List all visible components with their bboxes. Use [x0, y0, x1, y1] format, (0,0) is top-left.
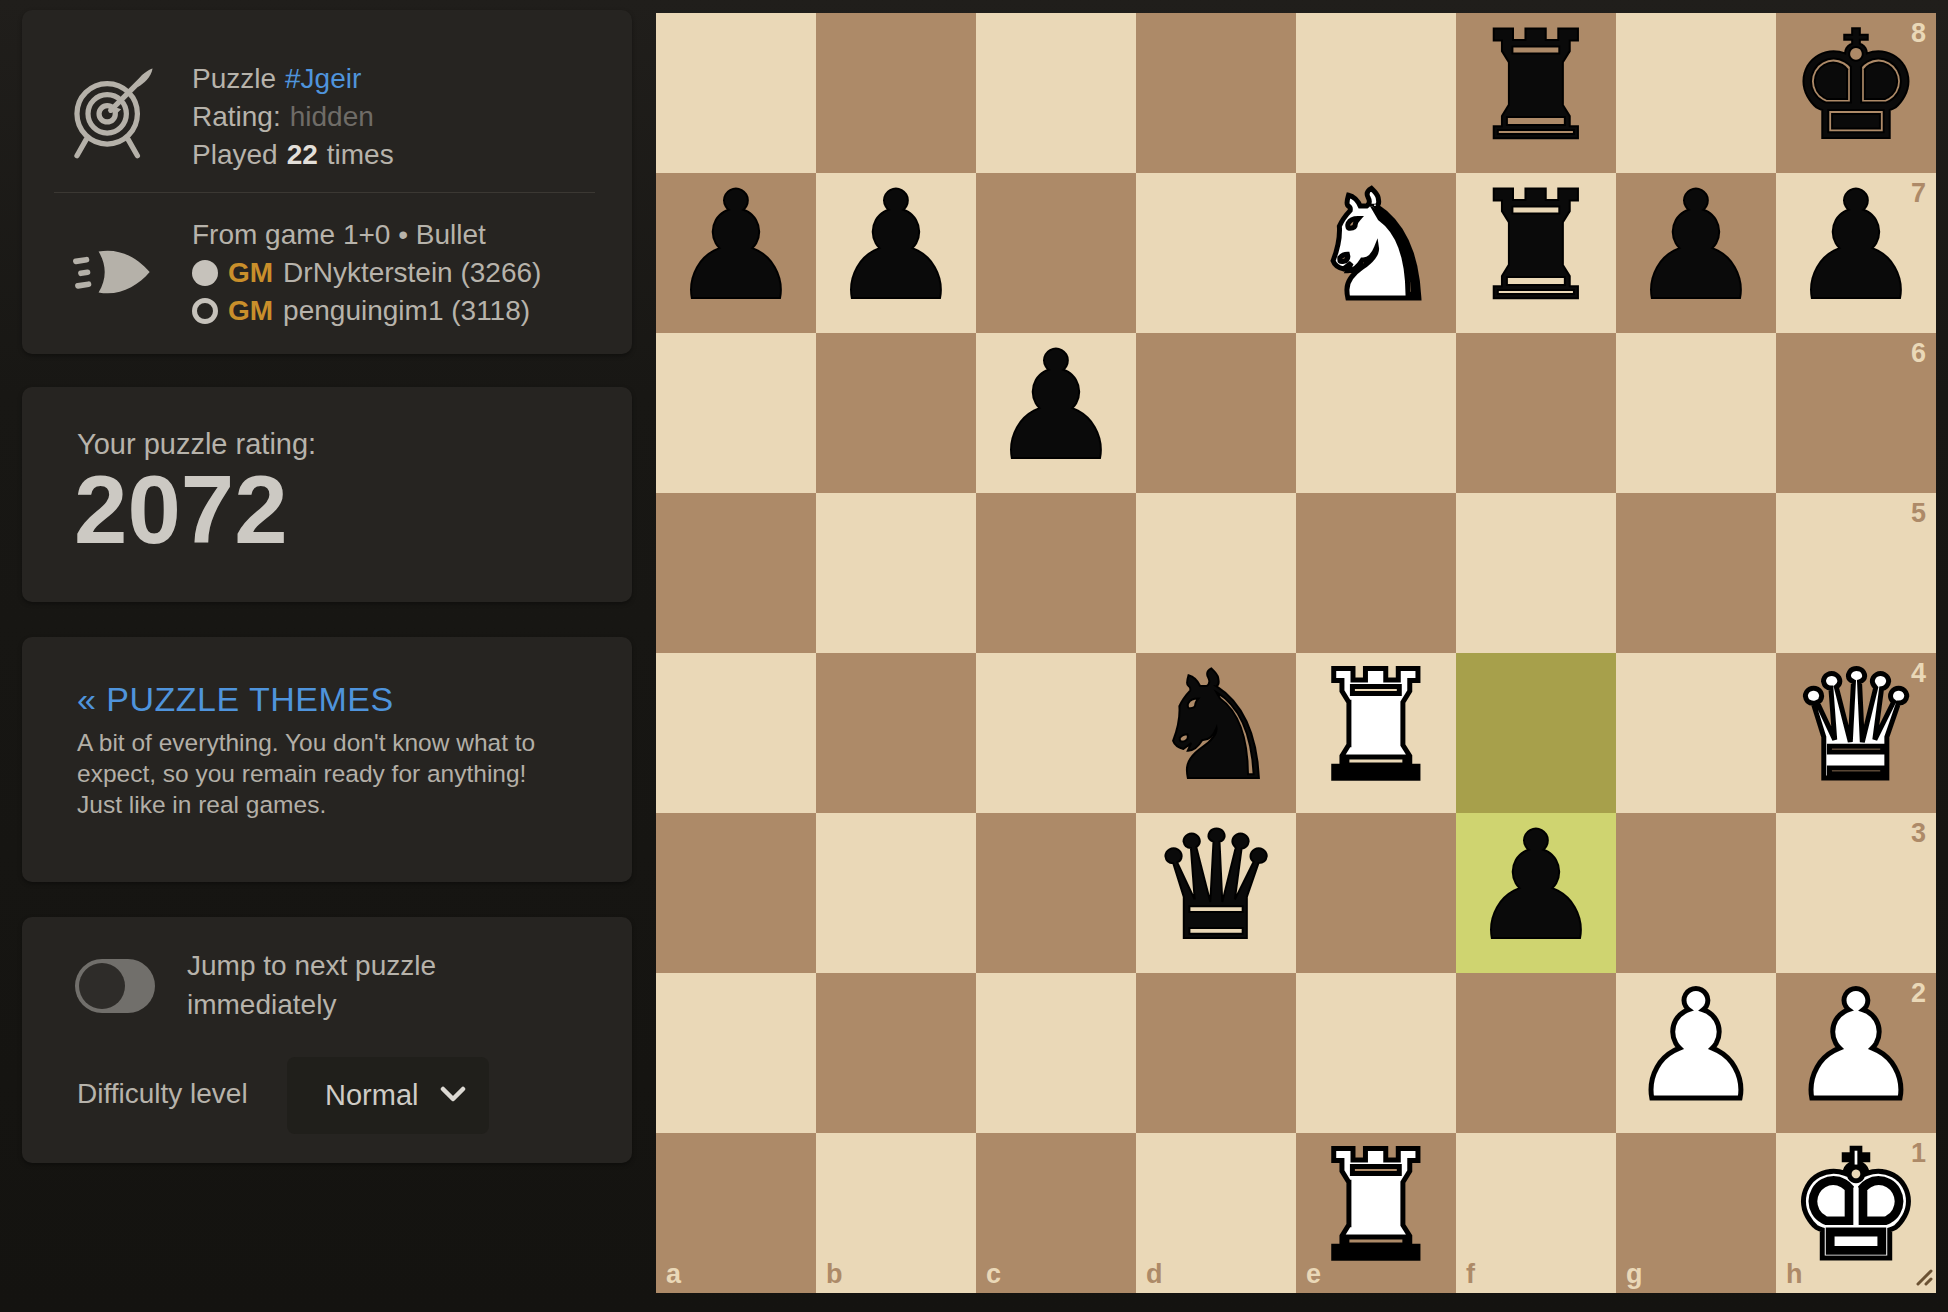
- white-player-title: GM: [228, 254, 273, 292]
- black-rook[interactable]: ♜: [1456, 166, 1616, 326]
- black-pawn[interactable]: ♟: [976, 326, 1136, 486]
- square-d5[interactable]: [1136, 493, 1296, 653]
- square-h8[interactable]: 8♚: [1776, 13, 1936, 173]
- square-e8[interactable]: [1296, 13, 1456, 173]
- black-rook[interactable]: ♜: [1456, 6, 1616, 166]
- square-a5[interactable]: [656, 493, 816, 653]
- white-player-row[interactable]: GM DrNykterstein (3266): [192, 254, 541, 292]
- square-e6[interactable]: [1296, 333, 1456, 493]
- black-player-title: GM: [228, 292, 273, 330]
- square-c8[interactable]: [976, 13, 1136, 173]
- square-b2[interactable]: [816, 973, 976, 1133]
- square-c2[interactable]: [976, 973, 1136, 1133]
- chess-board: ♜8♚♟♟♞♜♟7♟♟65♞♜4♛♛♟3♟2♟abcde♜fg1h♚: [656, 13, 1936, 1293]
- square-g6[interactable]: [1616, 333, 1776, 493]
- square-a2[interactable]: [656, 973, 816, 1133]
- square-h6[interactable]: 6: [1776, 333, 1936, 493]
- jump-to-next-label: Jump to next puzzle immediately: [187, 946, 477, 1024]
- square-d3[interactable]: ♛: [1136, 813, 1296, 973]
- rating-value: hidden: [290, 98, 374, 136]
- chevron-down-icon: [440, 1085, 466, 1107]
- puzzle-title-line: Puzzle #Jgeir: [192, 60, 394, 98]
- white-queen[interactable]: ♛: [1776, 646, 1936, 806]
- black-queen[interactable]: ♛: [1136, 806, 1296, 966]
- puzzle-label: Puzzle: [192, 60, 276, 98]
- square-g7[interactable]: ♟: [1616, 173, 1776, 333]
- square-b1[interactable]: b: [816, 1133, 976, 1293]
- rank-label-3: 3: [1911, 818, 1926, 849]
- square-f3[interactable]: ♟: [1456, 813, 1616, 973]
- board-resize-handle[interactable]: [1907, 1260, 1933, 1290]
- square-g2[interactable]: ♟: [1616, 973, 1776, 1133]
- square-g3[interactable]: [1616, 813, 1776, 973]
- your-rating-value: 2072: [74, 462, 288, 558]
- square-e5[interactable]: [1296, 493, 1456, 653]
- file-label-f: f: [1466, 1259, 1475, 1290]
- theme-description: A bit of everything. You don't know what…: [77, 727, 572, 820]
- difficulty-select[interactable]: Normal: [287, 1057, 489, 1134]
- puzzle-controls-card: Jump to next puzzle immediately Difficul…: [22, 917, 632, 1163]
- square-f7[interactable]: ♜: [1456, 173, 1616, 333]
- square-a4[interactable]: [656, 653, 816, 813]
- black-knight[interactable]: ♞: [1136, 646, 1296, 806]
- difficulty-value: Normal: [325, 1079, 418, 1112]
- puzzle-id-link[interactable]: #Jgeir: [285, 60, 361, 98]
- square-d7[interactable]: [1136, 173, 1296, 333]
- lichess-puzzle-page: { "game": "chess", "position": "5r1k/pp2…: [0, 0, 1948, 1312]
- square-a3[interactable]: [656, 813, 816, 973]
- file-label-c: c: [986, 1259, 1001, 1290]
- square-a6[interactable]: [656, 333, 816, 493]
- rating-label: Rating:: [192, 98, 281, 136]
- white-rook[interactable]: ♜: [1296, 1126, 1456, 1286]
- white-player-disc-icon: [192, 260, 218, 286]
- square-e1[interactable]: e♜: [1296, 1133, 1456, 1293]
- file-label-d: d: [1146, 1259, 1163, 1290]
- black-player-ring-icon: [192, 298, 218, 324]
- square-b3[interactable]: [816, 813, 976, 973]
- file-label-b: b: [826, 1259, 843, 1290]
- square-b6[interactable]: [816, 333, 976, 493]
- jump-to-next-toggle[interactable]: [75, 959, 155, 1013]
- black-pawn[interactable]: ♟: [816, 166, 976, 326]
- square-d2[interactable]: [1136, 973, 1296, 1133]
- square-e3[interactable]: [1296, 813, 1456, 973]
- square-c5[interactable]: [976, 493, 1136, 653]
- square-f2[interactable]: [1456, 973, 1616, 1133]
- square-f1[interactable]: f: [1456, 1133, 1616, 1293]
- square-e2[interactable]: [1296, 973, 1456, 1133]
- played-count: 22: [287, 136, 318, 174]
- square-b5[interactable]: [816, 493, 976, 653]
- square-b7[interactable]: ♟: [816, 173, 976, 333]
- white-knight[interactable]: ♞: [1296, 166, 1456, 326]
- square-d1[interactable]: d: [1136, 1133, 1296, 1293]
- puzzle-played-line: Played 22 times: [192, 136, 394, 174]
- square-f5[interactable]: [1456, 493, 1616, 653]
- puzzle-themes-link[interactable]: « PUZZLE THEMES: [77, 680, 394, 719]
- card-divider: [54, 192, 595, 193]
- difficulty-label: Difficulty level: [77, 1078, 248, 1110]
- square-e7[interactable]: ♞: [1296, 173, 1456, 333]
- file-label-a: a: [666, 1259, 681, 1290]
- target-icon: [72, 65, 154, 169]
- black-player-name: penguingim1 (3118): [283, 292, 530, 330]
- square-a1[interactable]: a: [656, 1133, 816, 1293]
- square-d6[interactable]: [1136, 333, 1296, 493]
- black-pawn[interactable]: ♟: [656, 166, 816, 326]
- puzzle-rating-line: Rating: hidden: [192, 98, 394, 136]
- square-g5[interactable]: [1616, 493, 1776, 653]
- square-a8[interactable]: [656, 13, 816, 173]
- square-b8[interactable]: [816, 13, 976, 173]
- square-d4[interactable]: ♞: [1136, 653, 1296, 813]
- square-h3[interactable]: 3: [1776, 813, 1936, 973]
- bullet-icon: [72, 248, 164, 300]
- black-pawn[interactable]: ♟: [1456, 806, 1616, 966]
- puzzle-rating-card: Your puzzle rating: 2072: [22, 387, 632, 602]
- white-pawn[interactable]: ♟: [1616, 966, 1776, 1126]
- square-c6[interactable]: ♟: [976, 333, 1136, 493]
- square-g1[interactable]: g: [1616, 1133, 1776, 1293]
- square-f4[interactable]: [1456, 653, 1616, 813]
- toggle-knob: [79, 963, 125, 1009]
- square-h4[interactable]: 4♛: [1776, 653, 1936, 813]
- square-h5[interactable]: 5: [1776, 493, 1936, 653]
- square-g8[interactable]: [1616, 13, 1776, 173]
- black-player-row[interactable]: GM penguingim1 (3118): [192, 292, 541, 330]
- square-h1[interactable]: 1h♚: [1776, 1133, 1936, 1293]
- black-pawn[interactable]: ♟: [1616, 166, 1776, 326]
- rank-label-5: 5: [1911, 498, 1926, 529]
- square-a7[interactable]: ♟: [656, 173, 816, 333]
- black-king[interactable]: ♚: [1776, 6, 1936, 166]
- square-h7[interactable]: 7♟: [1776, 173, 1936, 333]
- rank-label-6: 6: [1911, 338, 1926, 369]
- white-rook[interactable]: ♜: [1296, 646, 1456, 806]
- white-pawn[interactable]: ♟: [1776, 966, 1936, 1126]
- square-c1[interactable]: c: [976, 1133, 1136, 1293]
- square-d8[interactable]: [1136, 13, 1296, 173]
- square-g4[interactable]: [1616, 653, 1776, 813]
- puzzle-info-card: Puzzle #Jgeir Rating: hidden Played 22 t…: [22, 10, 632, 354]
- puzzle-themes-card: « PUZZLE THEMES A bit of everything. You…: [22, 637, 632, 882]
- file-label-g: g: [1626, 1259, 1643, 1290]
- square-f6[interactable]: [1456, 333, 1616, 493]
- square-f8[interactable]: ♜: [1456, 13, 1616, 173]
- square-c4[interactable]: [976, 653, 1136, 813]
- square-c7[interactable]: [976, 173, 1136, 333]
- game-source: From game 1+0 • Bullet: [192, 216, 541, 254]
- white-player-name: DrNykterstein (3266): [283, 254, 541, 292]
- square-h2[interactable]: 2♟: [1776, 973, 1936, 1133]
- square-c3[interactable]: [976, 813, 1136, 973]
- square-e4[interactable]: ♜: [1296, 653, 1456, 813]
- square-b4[interactable]: [816, 653, 976, 813]
- black-pawn[interactable]: ♟: [1776, 166, 1936, 326]
